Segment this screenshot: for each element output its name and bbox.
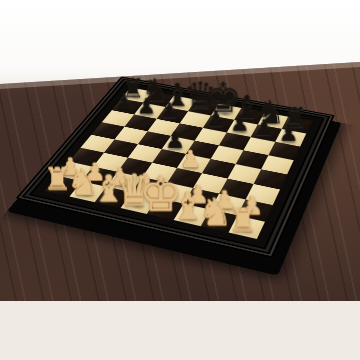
piece-white-pawn-e4: ♟	[180, 147, 201, 171]
product-photo-chess-set: ♜♞♝♛♚♝♞♜♟♟♟♟♟♟♟♟♟♟♟♟♟♟♟♟♜♞♝♛♚♝♞♜	[0, 0, 360, 360]
piece-black-rook-a8: ♜	[121, 75, 145, 101]
